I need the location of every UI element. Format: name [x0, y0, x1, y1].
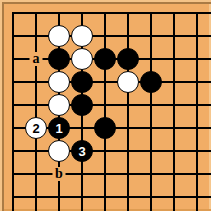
go-stone-white	[48, 140, 70, 162]
go-stone-white-move-2: 2	[25, 117, 47, 139]
go-stone-white	[48, 25, 70, 47]
go-stone-black	[117, 48, 139, 70]
go-stone-white	[117, 71, 139, 93]
stone-number: 1	[55, 122, 62, 135]
stone-number: 2	[32, 122, 39, 135]
go-stone-black	[71, 94, 93, 116]
go-stone-black	[140, 71, 162, 93]
go-stone-white	[48, 94, 70, 116]
stone-number: 3	[78, 145, 85, 158]
go-stone-black	[94, 48, 116, 70]
go-stone-black-move-1: 1	[48, 117, 70, 139]
go-stone-white	[48, 71, 70, 93]
board-edge-left	[2, 2, 4, 211]
go-stone-black-move-3: 3	[71, 140, 93, 162]
point-label-a: a	[30, 52, 43, 66]
board-grid	[12, 12, 211, 211]
go-stone-black	[48, 48, 70, 70]
go-stone-white	[71, 25, 93, 47]
go-stone-white	[71, 48, 93, 70]
point-label-b: b	[53, 167, 66, 181]
go-board-diagram: ab213	[0, 0, 211, 211]
go-stone-black	[94, 117, 116, 139]
go-stone-black	[71, 71, 93, 93]
board-edge-top	[2, 2, 211, 4]
